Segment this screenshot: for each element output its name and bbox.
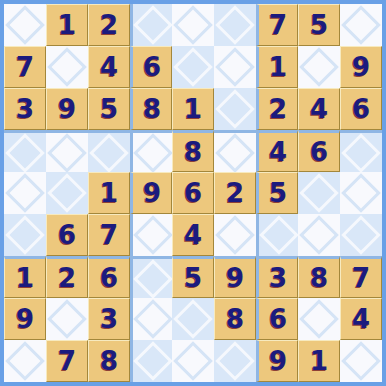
given-digit: 3 xyxy=(269,265,287,291)
cell-r7c4[interactable] xyxy=(130,256,172,298)
cell-r9c1[interactable] xyxy=(4,340,46,382)
diamond-icon xyxy=(47,47,87,87)
cell-r2c5[interactable] xyxy=(172,46,214,88)
given-digit: 7 xyxy=(100,222,118,248)
given-digit: 9 xyxy=(58,96,76,122)
diamond-icon xyxy=(341,215,381,255)
diamond-icon xyxy=(47,299,87,339)
cell-r2c6[interactable] xyxy=(214,46,256,88)
cell-r6c5[interactable]: 4 xyxy=(172,214,214,256)
diamond-icon xyxy=(133,341,172,381)
given-digit: 2 xyxy=(58,265,76,291)
cell-r3c3[interactable]: 5 xyxy=(88,88,130,130)
diamond-icon xyxy=(215,215,255,255)
cell-r3c7[interactable]: 2 xyxy=(256,88,298,130)
cell-r3c6[interactable] xyxy=(214,88,256,130)
cell-r7c8[interactable]: 8 xyxy=(298,256,340,298)
diamond-icon xyxy=(133,259,172,298)
given-digit: 1 xyxy=(184,96,202,122)
cell-r8c8[interactable] xyxy=(298,298,340,340)
cell-r6c6[interactable] xyxy=(214,214,256,256)
given-digit: 2 xyxy=(226,180,244,206)
given-digit: 3 xyxy=(100,306,118,332)
cell-r9c6[interactable] xyxy=(214,340,256,382)
given-digit: 4 xyxy=(352,306,370,332)
diamond-icon xyxy=(341,5,381,45)
given-digit: 6 xyxy=(352,96,370,122)
cell-r5c5[interactable]: 6 xyxy=(172,172,214,214)
cell-r9c7[interactable]: 9 xyxy=(256,340,298,382)
cell-r7c6[interactable]: 9 xyxy=(214,256,256,298)
cell-r5c3[interactable]: 1 xyxy=(88,172,130,214)
cell-r2c9[interactable]: 9 xyxy=(340,46,382,88)
cell-r1c6[interactable] xyxy=(214,4,256,46)
diamond-icon xyxy=(299,47,339,87)
cell-r4c3[interactable] xyxy=(88,130,130,172)
given-digit: 4 xyxy=(310,96,328,122)
given-digit: 1 xyxy=(310,348,328,374)
given-digit: 2 xyxy=(100,12,118,38)
cell-r8c6[interactable]: 8 xyxy=(214,298,256,340)
diamond-icon xyxy=(173,5,213,45)
given-digit: 4 xyxy=(269,139,287,165)
given-digit: 7 xyxy=(58,348,76,374)
cell-r3c5[interactable]: 1 xyxy=(172,88,214,130)
diamond-icon xyxy=(215,47,255,87)
diamond-icon xyxy=(173,341,213,381)
cell-r7c9[interactable]: 7 xyxy=(340,256,382,298)
diamond-icon xyxy=(133,299,172,339)
cell-r4c1[interactable] xyxy=(4,130,46,172)
given-digit: 7 xyxy=(352,265,370,291)
cell-r2c7[interactable]: 1 xyxy=(256,46,298,88)
cell-r5c7[interactable]: 5 xyxy=(256,172,298,214)
given-digit: 8 xyxy=(100,348,118,374)
given-digit: 5 xyxy=(269,180,287,206)
cell-r3c1[interactable]: 3 xyxy=(4,88,46,130)
cell-r8c9[interactable]: 4 xyxy=(340,298,382,340)
cell-r4c6[interactable] xyxy=(214,130,256,172)
cell-r8c5[interactable] xyxy=(172,298,214,340)
given-digit: 1 xyxy=(16,265,34,291)
cell-r1c7[interactable]: 7 xyxy=(256,4,298,46)
given-digit: 6 xyxy=(269,306,287,332)
cell-r4c2[interactable] xyxy=(46,130,88,172)
given-digit: 6 xyxy=(310,139,328,165)
cell-r4c7[interactable]: 4 xyxy=(256,130,298,172)
diamond-icon xyxy=(299,215,339,255)
cell-r2c8[interactable] xyxy=(298,46,340,88)
given-digit: 6 xyxy=(100,265,118,291)
diamond-icon xyxy=(89,133,129,172)
given-digit: 9 xyxy=(352,54,370,80)
given-digit: 9 xyxy=(16,306,34,332)
cell-r9c4[interactable] xyxy=(130,340,172,382)
cell-r4c4[interactable] xyxy=(130,130,172,172)
cell-r7c5[interactable]: 5 xyxy=(172,256,214,298)
cell-r3c8[interactable]: 4 xyxy=(298,88,340,130)
cell-r1c2[interactable]: 1 xyxy=(46,4,88,46)
diamond-icon xyxy=(215,341,255,381)
cell-r9c2[interactable]: 7 xyxy=(46,340,88,382)
given-digit: 2 xyxy=(269,96,287,122)
cell-r5c1[interactable] xyxy=(4,172,46,214)
diamond-icon xyxy=(341,173,381,213)
cell-r2c1[interactable]: 7 xyxy=(4,46,46,88)
cell-r9c5[interactable] xyxy=(172,340,214,382)
diamond-icon xyxy=(299,299,339,339)
diamond-icon xyxy=(5,215,45,255)
given-digit: 8 xyxy=(184,139,202,165)
given-digit: 9 xyxy=(226,265,244,291)
cell-r3c9[interactable]: 6 xyxy=(340,88,382,130)
cell-r1c5[interactable] xyxy=(172,4,214,46)
cell-r9c9[interactable] xyxy=(340,340,382,382)
cell-r6c7[interactable] xyxy=(256,214,298,256)
cell-r1c9[interactable] xyxy=(340,4,382,46)
cell-r1c4[interactable] xyxy=(130,4,172,46)
given-digit: 5 xyxy=(310,12,328,38)
diamond-icon xyxy=(173,299,213,339)
diamond-icon xyxy=(5,341,45,381)
diamond-icon xyxy=(5,133,45,172)
cell-r9c3[interactable]: 8 xyxy=(88,340,130,382)
cell-r8c1[interactable]: 9 xyxy=(4,298,46,340)
diamond-icon xyxy=(215,133,255,172)
cell-r6c1[interactable] xyxy=(4,214,46,256)
given-digit: 7 xyxy=(16,54,34,80)
cell-r1c3[interactable]: 2 xyxy=(88,4,130,46)
given-digit: 6 xyxy=(143,54,161,80)
diamond-icon xyxy=(215,89,255,129)
cell-r7c2[interactable]: 2 xyxy=(46,256,88,298)
given-digit: 1 xyxy=(100,180,118,206)
given-digit: 9 xyxy=(269,348,287,374)
cell-r2c4[interactable]: 6 xyxy=(130,46,172,88)
cell-r5c6[interactable]: 2 xyxy=(214,172,256,214)
cell-r6c4[interactable] xyxy=(130,214,172,256)
cell-r5c2[interactable] xyxy=(46,172,88,214)
cell-r5c8[interactable] xyxy=(298,172,340,214)
cell-r4c5[interactable]: 8 xyxy=(172,130,214,172)
cell-r8c4[interactable] xyxy=(130,298,172,340)
given-digit: 8 xyxy=(143,96,161,122)
diamond-icon xyxy=(133,5,172,45)
cell-r7c1[interactable]: 1 xyxy=(4,256,46,298)
diamond-icon xyxy=(133,133,172,172)
given-digit: 1 xyxy=(58,12,76,38)
cell-r7c3[interactable]: 6 xyxy=(88,256,130,298)
cell-r7c7[interactable]: 3 xyxy=(256,256,298,298)
given-digit: 7 xyxy=(269,12,287,38)
given-digit: 5 xyxy=(100,96,118,122)
diamond-icon xyxy=(341,341,381,381)
diamond-icon xyxy=(341,133,381,172)
cell-r2c3[interactable]: 4 xyxy=(88,46,130,88)
cell-r8c7[interactable]: 6 xyxy=(256,298,298,340)
diamond-icon xyxy=(259,215,298,255)
given-digit: 4 xyxy=(100,54,118,80)
given-digit: 3 xyxy=(16,96,34,122)
diamond-icon xyxy=(47,173,87,213)
given-digit: 1 xyxy=(269,54,287,80)
cell-r1c8[interactable]: 5 xyxy=(298,4,340,46)
diamond-icon xyxy=(47,133,87,172)
cell-r8c3[interactable]: 3 xyxy=(88,298,130,340)
cell-r9c8[interactable]: 1 xyxy=(298,340,340,382)
cell-r5c9[interactable] xyxy=(340,172,382,214)
given-digit: 6 xyxy=(58,222,76,248)
given-digit: 4 xyxy=(184,222,202,248)
cell-r6c8[interactable] xyxy=(298,214,340,256)
cell-r2c2[interactable] xyxy=(46,46,88,88)
cell-r5c4[interactable]: 9 xyxy=(130,172,172,214)
given-digit: 6 xyxy=(184,180,202,206)
cell-r4c8[interactable]: 6 xyxy=(298,130,340,172)
given-digit: 8 xyxy=(310,265,328,291)
cell-r3c2[interactable]: 9 xyxy=(46,88,88,130)
given-digit: 5 xyxy=(184,265,202,291)
diamond-icon xyxy=(299,173,339,213)
diamond-icon xyxy=(5,173,45,213)
cell-r6c3[interactable]: 7 xyxy=(88,214,130,256)
diamond-icon xyxy=(133,215,172,255)
cell-r4c9[interactable] xyxy=(340,130,382,172)
given-digit: 8 xyxy=(226,306,244,332)
diamond-icon xyxy=(5,5,45,45)
cell-r6c2[interactable]: 6 xyxy=(46,214,88,256)
cell-r6c9[interactable] xyxy=(340,214,382,256)
cell-r8c2[interactable] xyxy=(46,298,88,340)
cell-r3c4[interactable]: 8 xyxy=(130,88,172,130)
diamond-icon xyxy=(215,5,255,45)
cell-r1c1[interactable] xyxy=(4,4,46,46)
diamond-icon xyxy=(173,47,213,87)
sudoku-board: 1275746193958124684619625674126593879386… xyxy=(0,0,386,386)
given-digit: 9 xyxy=(143,180,161,206)
